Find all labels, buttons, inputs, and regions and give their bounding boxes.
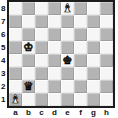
square-f3 <box>74 67 87 80</box>
rank-label-6: 6 <box>0 28 7 41</box>
square-h5 <box>100 41 113 54</box>
square-a4 <box>9 54 22 67</box>
square-a6 <box>9 28 22 41</box>
rank-label-5: 5 <box>0 41 7 54</box>
file-label-d: d <box>48 108 61 117</box>
square-f2 <box>74 80 87 93</box>
square-d8 <box>48 2 61 15</box>
square-h6 <box>100 28 113 41</box>
rank-label-7: 7 <box>0 15 7 28</box>
square-c4 <box>35 54 48 67</box>
square-b7 <box>22 15 35 28</box>
square-f8 <box>74 2 87 15</box>
square-h7 <box>100 15 113 28</box>
square-e3 <box>61 67 74 80</box>
square-e4 <box>61 54 74 67</box>
square-d6 <box>48 28 61 41</box>
square-f7 <box>74 15 87 28</box>
rank-label-3: 3 <box>0 67 7 80</box>
square-b6 <box>22 28 35 41</box>
square-c3 <box>35 67 48 80</box>
file-label-h: h <box>100 108 113 117</box>
chess-board: ♝♚♚♛♝ <box>9 2 113 106</box>
rank-labels: 87654321 <box>0 2 7 106</box>
file-label-b: b <box>22 108 35 117</box>
rank-label-4: 4 <box>0 54 7 67</box>
square-d2 <box>48 80 61 93</box>
square-c8 <box>35 2 48 15</box>
square-f1 <box>74 93 87 106</box>
square-a3 <box>9 67 22 80</box>
square-g4 <box>87 54 100 67</box>
square-e1 <box>61 93 74 106</box>
square-d3 <box>48 67 61 80</box>
square-c1 <box>35 93 48 106</box>
square-a8 <box>9 2 22 15</box>
square-g1 <box>87 93 100 106</box>
square-f4 <box>74 54 87 67</box>
square-d4 <box>48 54 61 67</box>
square-c5 <box>35 41 48 54</box>
square-g5 <box>87 41 100 54</box>
square-g6 <box>87 28 100 41</box>
rank-label-8: 8 <box>0 2 7 15</box>
square-d7 <box>48 15 61 28</box>
square-c2 <box>35 80 48 93</box>
square-b4 <box>22 54 35 67</box>
square-b5 <box>22 41 35 54</box>
square-e7 <box>61 15 74 28</box>
square-g8 <box>87 2 100 15</box>
file-label-f: f <box>74 108 87 117</box>
file-labels: abcdefgh <box>9 108 113 117</box>
square-e2 <box>61 80 74 93</box>
board-frame: ♝♚♚♛♝ <box>7 0 115 108</box>
square-d5 <box>48 41 61 54</box>
square-e6 <box>61 28 74 41</box>
square-h2 <box>100 80 113 93</box>
square-d1 <box>48 93 61 106</box>
square-h8 <box>100 2 113 15</box>
square-b1 <box>22 93 35 106</box>
square-a5 <box>9 41 22 54</box>
square-h1 <box>100 93 113 106</box>
square-f6 <box>74 28 87 41</box>
square-g7 <box>87 15 100 28</box>
file-label-g: g <box>87 108 100 117</box>
square-g3 <box>87 67 100 80</box>
square-h4 <box>100 54 113 67</box>
square-e8 <box>61 2 74 15</box>
file-label-a: a <box>9 108 22 117</box>
square-b2 <box>22 80 35 93</box>
square-a7 <box>9 15 22 28</box>
square-f5 <box>74 41 87 54</box>
chess-diagram: 87654321 ♝♚♚♛♝ abcdefgh <box>0 0 118 118</box>
rank-label-2: 2 <box>0 80 7 93</box>
square-c7 <box>35 15 48 28</box>
square-h3 <box>100 67 113 80</box>
square-b3 <box>22 67 35 80</box>
file-label-e: e <box>61 108 74 117</box>
square-b8 <box>22 2 35 15</box>
rank-label-1: 1 <box>0 93 7 106</box>
square-a2 <box>9 80 22 93</box>
square-a1 <box>9 93 22 106</box>
square-g2 <box>87 80 100 93</box>
file-label-c: c <box>35 108 48 117</box>
square-e5 <box>61 41 74 54</box>
square-c6 <box>35 28 48 41</box>
